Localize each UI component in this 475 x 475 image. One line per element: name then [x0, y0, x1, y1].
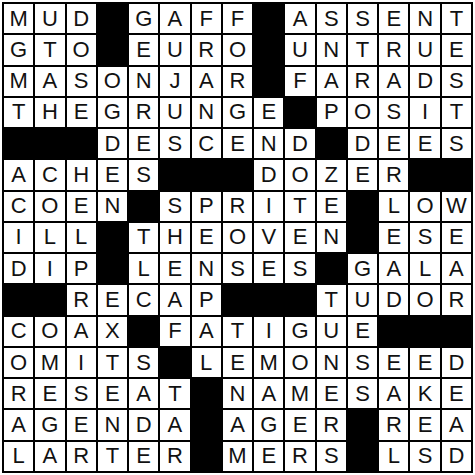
letter-cell[interactable]: T: [160, 379, 189, 408]
letter-cell[interactable]: M: [285, 379, 314, 408]
letter-cell[interactable]: C: [35, 160, 64, 189]
letter-cell[interactable]: I: [35, 254, 64, 283]
letter-cell[interactable]: R: [285, 442, 314, 471]
letter-cell[interactable]: A: [192, 317, 221, 346]
letter-cell[interactable]: R: [4, 379, 33, 408]
letter-cell[interactable]: E: [379, 223, 408, 252]
letter-cell[interactable]: N: [192, 254, 221, 283]
letter-cell[interactable]: U: [285, 35, 314, 64]
letter-cell[interactable]: G: [285, 317, 314, 346]
letter-cell[interactable]: E: [285, 223, 314, 252]
letter-cell[interactable]: O: [223, 223, 252, 252]
letter-cell[interactable]: L: [410, 254, 439, 283]
letter-cell[interactable]: O: [4, 348, 33, 377]
letter-cell[interactable]: Z: [317, 160, 346, 189]
black-cell: [348, 192, 377, 221]
letter-cell[interactable]: E: [98, 285, 127, 314]
letter-cell[interactable]: G: [254, 410, 283, 439]
black-cell: [129, 317, 158, 346]
letter-cell[interactable]: E: [98, 160, 127, 189]
letter-cell[interactable]: E: [67, 410, 96, 439]
letter-cell[interactable]: S: [223, 254, 252, 283]
letter-cell[interactable]: H: [67, 160, 96, 189]
letter-cell[interactable]: S: [160, 129, 189, 158]
letter-cell[interactable]: N: [98, 192, 127, 221]
letter-cell[interactable]: U: [317, 317, 346, 346]
letter-cell[interactable]: D: [442, 348, 471, 377]
black-cell: [348, 223, 377, 252]
letter-cell[interactable]: M: [223, 442, 252, 471]
letter-cell[interactable]: U: [160, 98, 189, 127]
letter-cell[interactable]: L: [35, 223, 64, 252]
letter-cell[interactable]: P: [67, 254, 96, 283]
letter-cell[interactable]: N: [317, 348, 346, 377]
letter-cell[interactable]: T: [442, 4, 471, 33]
letter-cell[interactable]: S: [67, 379, 96, 408]
letter-cell[interactable]: E: [317, 192, 346, 221]
letter-cell[interactable]: S: [410, 223, 439, 252]
letter-cell[interactable]: E: [129, 129, 158, 158]
letter-cell[interactable]: T: [223, 317, 252, 346]
letter-cell[interactable]: O: [410, 285, 439, 314]
letter-cell[interactable]: J: [160, 67, 189, 96]
letter-cell[interactable]: G: [4, 35, 33, 64]
letter-cell[interactable]: A: [4, 160, 33, 189]
letter-cell[interactable]: S: [285, 254, 314, 283]
letter-cell[interactable]: E: [285, 410, 314, 439]
letter-cell[interactable]: D: [348, 129, 377, 158]
letter-cell[interactable]: T: [98, 442, 127, 471]
black-cell: [192, 379, 221, 408]
letter-cell[interactable]: P: [192, 192, 221, 221]
letter-cell[interactable]: R: [223, 67, 252, 96]
letter-cell[interactable]: S: [67, 67, 96, 96]
letter-cell[interactable]: S: [317, 442, 346, 471]
letter-cell[interactable]: C: [4, 317, 33, 346]
letter-cell[interactable]: S: [410, 442, 439, 471]
letter-cell[interactable]: I: [67, 348, 96, 377]
letter-cell[interactable]: D: [4, 254, 33, 283]
letter-cell[interactable]: T: [35, 35, 64, 64]
crossword-grid: MUDGAFFASSENTGTOEUROUNTRUEMASONJARFARADS…: [2, 2, 473, 473]
letter-cell[interactable]: E: [442, 223, 471, 252]
letter-cell[interactable]: O: [410, 192, 439, 221]
black-cell: [442, 317, 471, 346]
letter-cell[interactable]: A: [35, 67, 64, 96]
black-cell: [254, 35, 283, 64]
letter-cell[interactable]: E: [35, 379, 64, 408]
letter-cell[interactable]: A: [160, 4, 189, 33]
black-cell: [192, 410, 221, 439]
black-cell: [4, 129, 33, 158]
letter-cell[interactable]: S: [129, 348, 158, 377]
black-cell: [160, 348, 189, 377]
black-cell: [192, 160, 221, 189]
letter-cell[interactable]: M: [35, 348, 64, 377]
letter-cell[interactable]: S: [129, 160, 158, 189]
letter-cell[interactable]: A: [160, 410, 189, 439]
letter-cell[interactable]: O: [223, 35, 252, 64]
black-cell: [4, 285, 33, 314]
letter-cell[interactable]: O: [348, 98, 377, 127]
letter-cell[interactable]: S: [379, 98, 408, 127]
letter-cell[interactable]: M: [4, 4, 33, 33]
letter-cell[interactable]: A: [379, 254, 408, 283]
black-cell: [98, 4, 127, 33]
letter-cell[interactable]: G: [223, 98, 252, 127]
letter-cell[interactable]: D: [98, 129, 127, 158]
letter-cell[interactable]: O: [285, 348, 314, 377]
letter-cell[interactable]: N: [192, 98, 221, 127]
black-cell: [223, 285, 252, 314]
letter-cell[interactable]: O: [285, 160, 314, 189]
letter-cell[interactable]: N: [98, 410, 127, 439]
black-cell: [98, 35, 127, 64]
letter-cell[interactable]: W: [442, 192, 471, 221]
letter-cell[interactable]: R: [67, 285, 96, 314]
black-cell: [285, 285, 314, 314]
black-cell: [254, 285, 283, 314]
letter-cell[interactable]: A: [160, 285, 189, 314]
letter-cell[interactable]: R: [129, 98, 158, 127]
letter-cell[interactable]: T: [317, 285, 346, 314]
letter-cell[interactable]: S: [442, 67, 471, 96]
letter-cell[interactable]: S: [317, 4, 346, 33]
letter-cell[interactable]: E: [442, 379, 471, 408]
letter-cell[interactable]: I: [254, 317, 283, 346]
letter-cell[interactable]: A: [442, 254, 471, 283]
black-cell: [317, 129, 346, 158]
letter-cell[interactable]: L: [192, 348, 221, 377]
black-cell: [254, 67, 283, 96]
letter-cell[interactable]: A: [223, 410, 252, 439]
letter-cell[interactable]: R: [160, 442, 189, 471]
letter-cell[interactable]: S: [348, 348, 377, 377]
black-cell: [285, 98, 314, 127]
letter-cell[interactable]: G: [35, 410, 64, 439]
letter-cell[interactable]: P: [192, 285, 221, 314]
letter-cell[interactable]: E: [254, 254, 283, 283]
black-cell: [317, 254, 346, 283]
letter-cell[interactable]: E: [379, 129, 408, 158]
letter-cell[interactable]: G: [129, 4, 158, 33]
letter-cell[interactable]: S: [348, 379, 377, 408]
letter-cell[interactable]: E: [192, 223, 221, 252]
letter-cell[interactable]: N: [317, 223, 346, 252]
letter-cell[interactable]: D: [410, 67, 439, 96]
letter-cell[interactable]: F: [285, 67, 314, 96]
letter-cell[interactable]: L: [4, 442, 33, 471]
letter-cell[interactable]: R: [379, 35, 408, 64]
letter-cell[interactable]: D: [129, 410, 158, 439]
letter-cell[interactable]: A: [192, 67, 221, 96]
letter-cell[interactable]: E: [348, 160, 377, 189]
black-cell: [410, 317, 439, 346]
letter-cell[interactable]: X: [98, 317, 127, 346]
letter-cell[interactable]: T: [98, 348, 127, 377]
letter-cell[interactable]: R: [223, 192, 252, 221]
letter-cell[interactable]: A: [379, 379, 408, 408]
letter-cell[interactable]: N: [410, 4, 439, 33]
letter-cell[interactable]: S: [348, 4, 377, 33]
letter-cell[interactable]: U: [35, 4, 64, 33]
letter-cell[interactable]: O: [35, 317, 64, 346]
letter-cell[interactable]: L: [379, 442, 408, 471]
black-cell: [98, 223, 127, 252]
letter-cell[interactable]: R: [379, 410, 408, 439]
letter-cell[interactable]: T: [442, 98, 471, 127]
letter-cell[interactable]: E: [317, 379, 346, 408]
letter-cell[interactable]: E: [129, 442, 158, 471]
letter-cell[interactable]: N: [223, 379, 252, 408]
letter-cell[interactable]: O: [98, 67, 127, 96]
letter-cell[interactable]: P: [317, 98, 346, 127]
letter-cell[interactable]: V: [254, 223, 283, 252]
letter-cell[interactable]: I: [4, 223, 33, 252]
letter-cell[interactable]: E: [410, 129, 439, 158]
letter-cell[interactable]: A: [254, 379, 283, 408]
letter-cell[interactable]: D: [67, 4, 96, 33]
letter-cell[interactable]: A: [379, 67, 408, 96]
letter-cell[interactable]: A: [4, 410, 33, 439]
letter-cell[interactable]: I: [410, 98, 439, 127]
letter-cell[interactable]: T: [129, 223, 158, 252]
letter-cell[interactable]: R: [192, 35, 221, 64]
letter-cell[interactable]: R: [348, 67, 377, 96]
letter-cell[interactable]: E: [129, 35, 158, 64]
black-cell: [442, 160, 471, 189]
letter-cell[interactable]: E: [410, 348, 439, 377]
black-cell: [35, 129, 64, 158]
letter-cell[interactable]: E: [160, 254, 189, 283]
letter-cell[interactable]: L: [379, 192, 408, 221]
letter-cell[interactable]: C: [192, 129, 221, 158]
letter-cell[interactable]: O: [67, 35, 96, 64]
letter-cell[interactable]: C: [4, 192, 33, 221]
letter-cell[interactable]: C: [129, 285, 158, 314]
letter-cell[interactable]: A: [67, 317, 96, 346]
letter-cell[interactable]: O: [35, 192, 64, 221]
letter-cell[interactable]: A: [442, 410, 471, 439]
letter-cell[interactable]: S: [442, 129, 471, 158]
letter-cell[interactable]: H: [35, 98, 64, 127]
letter-cell[interactable]: R: [317, 410, 346, 439]
letter-cell[interactable]: A: [317, 67, 346, 96]
letter-cell[interactable]: H: [160, 223, 189, 252]
black-cell: [410, 160, 439, 189]
black-cell: [348, 442, 377, 471]
letter-cell[interactable]: A: [129, 379, 158, 408]
letter-cell[interactable]: E: [98, 379, 127, 408]
black-cell: [254, 4, 283, 33]
letter-cell[interactable]: F: [160, 317, 189, 346]
letter-cell[interactable]: U: [410, 35, 439, 64]
letter-cell[interactable]: T: [348, 35, 377, 64]
black-cell: [67, 129, 96, 158]
letter-cell[interactable]: E: [410, 410, 439, 439]
letter-cell[interactable]: A: [35, 442, 64, 471]
letter-cell[interactable]: R: [67, 442, 96, 471]
black-cell: [160, 160, 189, 189]
letter-cell[interactable]: T: [4, 98, 33, 127]
letter-cell[interactable]: U: [348, 285, 377, 314]
black-cell: [192, 442, 221, 471]
letter-cell[interactable]: A: [285, 4, 314, 33]
letter-cell[interactable]: U: [160, 35, 189, 64]
letter-cell[interactable]: F: [223, 4, 252, 33]
letter-cell[interactable]: D: [254, 160, 283, 189]
letter-cell[interactable]: F: [192, 4, 221, 33]
letter-cell[interactable]: R: [379, 160, 408, 189]
black-cell: [129, 192, 158, 221]
letter-cell[interactable]: E: [67, 192, 96, 221]
letter-cell[interactable]: I: [254, 192, 283, 221]
letter-cell[interactable]: K: [410, 379, 439, 408]
letter-cell[interactable]: L: [129, 254, 158, 283]
letter-cell[interactable]: G: [348, 254, 377, 283]
letter-cell[interactable]: D: [442, 442, 471, 471]
letter-cell[interactable]: E: [254, 98, 283, 127]
black-cell: [223, 160, 252, 189]
letter-cell[interactable]: N: [254, 129, 283, 158]
black-cell: [35, 285, 64, 314]
letter-cell[interactable]: S: [160, 192, 189, 221]
crossword-puzzle: MUDGAFFASSENTGTOEUROUNTRUEMASONJARFARADS…: [0, 0, 475, 475]
letter-cell[interactable]: E: [223, 129, 252, 158]
black-cell: [98, 254, 127, 283]
letter-cell[interactable]: N: [317, 35, 346, 64]
letter-cell[interactable]: N: [129, 67, 158, 96]
black-cell: [379, 317, 408, 346]
letter-cell[interactable]: E: [348, 317, 377, 346]
black-cell: [348, 410, 377, 439]
letter-cell[interactable]: E: [442, 35, 471, 64]
letter-cell[interactable]: G: [98, 98, 127, 127]
letter-cell[interactable]: M: [4, 67, 33, 96]
letter-cell[interactable]: E: [223, 348, 252, 377]
letter-cell[interactable]: D: [285, 129, 314, 158]
letter-cell[interactable]: D: [379, 285, 408, 314]
letter-cell[interactable]: L: [67, 223, 96, 252]
letter-cell[interactable]: M: [254, 348, 283, 377]
letter-cell[interactable]: E: [67, 98, 96, 127]
letter-cell[interactable]: E: [379, 4, 408, 33]
letter-cell[interactable]: R: [442, 285, 471, 314]
letter-cell[interactable]: E: [254, 442, 283, 471]
letter-cell[interactable]: E: [379, 348, 408, 377]
letter-cell[interactable]: T: [285, 192, 314, 221]
